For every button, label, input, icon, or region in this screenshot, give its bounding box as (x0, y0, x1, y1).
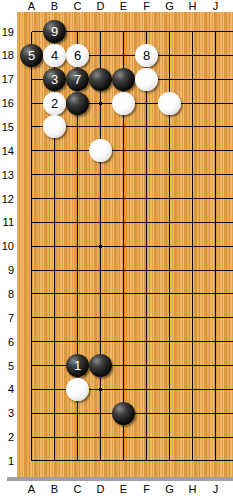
row-label-19: 19 (0, 25, 14, 39)
move-number: 4 (43, 44, 66, 67)
row-label-18: 18 (0, 48, 14, 62)
row-label-11: 11 (0, 215, 14, 229)
stone-white-G16 (158, 92, 181, 115)
stone-black-D17 (89, 68, 112, 91)
column-label-J: J (208, 0, 224, 12)
move-number: 3 (43, 68, 66, 91)
row-label-7: 7 (0, 311, 14, 325)
stone-black-E17 (112, 68, 135, 91)
stone-black-C17: 7 (66, 68, 89, 91)
row-label-10: 10 (0, 239, 14, 253)
row-label-4: 4 (0, 382, 14, 396)
star-point-D10 (99, 245, 102, 248)
column-label-H: H (185, 483, 201, 495)
row-label-14: 14 (0, 144, 14, 158)
stone-white-B18: 4 (43, 44, 66, 67)
stone-black-A18: 5 (20, 44, 43, 67)
star-point-D16 (99, 102, 102, 105)
stone-black-B19: 9 (43, 20, 66, 43)
stone-black-C5: 1 (66, 354, 89, 377)
column-label-J: J (208, 483, 224, 495)
row-label-8: 8 (0, 287, 14, 301)
board-shadow (7, 477, 233, 481)
column-label-D: D (93, 483, 109, 495)
stone-black-D5 (89, 354, 112, 377)
move-number: 5 (20, 44, 43, 67)
column-label-F: F (139, 0, 155, 12)
column-label-G: G (162, 483, 178, 495)
stone-white-C4 (66, 378, 89, 401)
row-label-12: 12 (0, 192, 14, 206)
column-label-E: E (116, 0, 132, 12)
move-number: 1 (66, 354, 89, 377)
column-label-B: B (47, 483, 63, 495)
column-label-E: E (116, 483, 132, 495)
move-number: 8 (135, 44, 158, 67)
stone-white-F18: 8 (135, 44, 158, 67)
column-label-F: F (139, 483, 155, 495)
move-number: 9 (43, 20, 66, 43)
column-label-C: C (70, 0, 86, 12)
move-number: 2 (43, 92, 66, 115)
row-label-15: 15 (0, 120, 14, 134)
go-board-diagram: ABCDEFGHJ 19181716151413121110987654321 … (0, 0, 233, 500)
move-number: 7 (66, 68, 89, 91)
move-number: 6 (66, 44, 89, 67)
row-label-5: 5 (0, 359, 14, 373)
column-label-C: C (70, 483, 86, 495)
row-label-9: 9 (0, 263, 14, 277)
go-board[interactable]: 953714682 (17, 12, 233, 477)
column-label-H: H (185, 0, 201, 12)
row-label-2: 2 (0, 430, 14, 444)
column-label-A: A (24, 0, 40, 12)
row-label-16: 16 (0, 96, 14, 110)
row-label-1: 1 (0, 454, 14, 468)
stone-white-F17 (135, 68, 158, 91)
row-label-13: 13 (0, 168, 14, 182)
row-label-17: 17 (0, 72, 14, 86)
stone-white-C18: 6 (66, 44, 89, 67)
stone-black-E3 (112, 402, 135, 425)
stone-black-B17: 3 (43, 68, 66, 91)
row-label-6: 6 (0, 335, 14, 349)
stone-white-B16: 2 (43, 92, 66, 115)
column-label-D: D (93, 0, 109, 12)
stone-black-C16 (66, 92, 89, 115)
column-label-A: A (24, 483, 40, 495)
column-label-G: G (162, 0, 178, 12)
stone-white-E16 (112, 92, 135, 115)
column-label-B: B (47, 0, 63, 12)
row-label-3: 3 (0, 406, 14, 420)
star-point-D4 (99, 388, 102, 391)
